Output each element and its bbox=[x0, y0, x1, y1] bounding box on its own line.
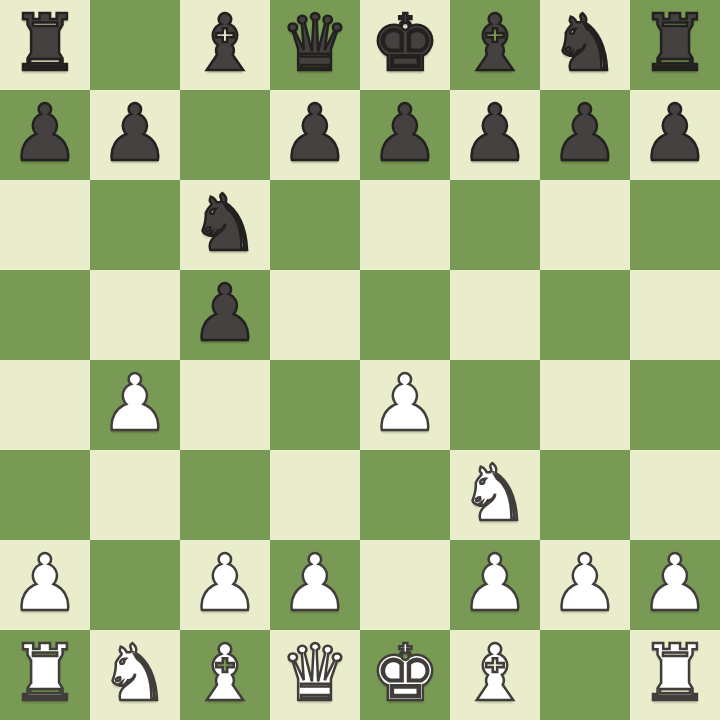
square-d7[interactable]: ♟ bbox=[270, 90, 360, 180]
square-f1[interactable]: ♝ bbox=[450, 630, 540, 720]
square-e7[interactable]: ♟ bbox=[360, 90, 450, 180]
square-b6[interactable] bbox=[90, 180, 180, 270]
square-d1[interactable]: ♛ bbox=[270, 630, 360, 720]
black-queen[interactable]: ♛ bbox=[280, 0, 350, 88]
black-pawn[interactable]: ♟ bbox=[640, 88, 710, 178]
white-pawn[interactable]: ♟ bbox=[640, 538, 710, 628]
black-pawn[interactable]: ♟ bbox=[10, 88, 80, 178]
chess-board: ♜♝♛♚♝♞♜♟♟♟♟♟♟♟♞♟♟♟♞♟♟♟♟♟♟♜♞♝♛♚♝♜ bbox=[0, 0, 720, 720]
square-a3[interactable] bbox=[0, 450, 90, 540]
square-e1[interactable]: ♚ bbox=[360, 630, 450, 720]
square-b5[interactable] bbox=[90, 270, 180, 360]
white-knight[interactable]: ♞ bbox=[460, 448, 530, 538]
square-c4[interactable] bbox=[180, 360, 270, 450]
square-d5[interactable] bbox=[270, 270, 360, 360]
square-e2[interactable] bbox=[360, 540, 450, 630]
white-pawn[interactable]: ♟ bbox=[100, 358, 170, 448]
white-bishop[interactable]: ♝ bbox=[190, 628, 260, 718]
square-h2[interactable]: ♟ bbox=[630, 540, 720, 630]
square-d2[interactable]: ♟ bbox=[270, 540, 360, 630]
black-pawn[interactable]: ♟ bbox=[280, 88, 350, 178]
white-pawn[interactable]: ♟ bbox=[280, 538, 350, 628]
square-g4[interactable] bbox=[540, 360, 630, 450]
square-e4[interactable]: ♟ bbox=[360, 360, 450, 450]
white-queen[interactable]: ♛ bbox=[280, 628, 350, 718]
square-d3[interactable] bbox=[270, 450, 360, 540]
white-rook[interactable]: ♜ bbox=[10, 628, 80, 718]
black-bishop[interactable]: ♝ bbox=[460, 0, 530, 88]
square-a2[interactable]: ♟ bbox=[0, 540, 90, 630]
square-d6[interactable] bbox=[270, 180, 360, 270]
square-a6[interactable] bbox=[0, 180, 90, 270]
black-pawn[interactable]: ♟ bbox=[370, 88, 440, 178]
white-pawn[interactable]: ♟ bbox=[10, 538, 80, 628]
square-f4[interactable] bbox=[450, 360, 540, 450]
white-rook[interactable]: ♜ bbox=[640, 628, 710, 718]
square-g3[interactable] bbox=[540, 450, 630, 540]
square-g2[interactable]: ♟ bbox=[540, 540, 630, 630]
square-d8[interactable]: ♛ bbox=[270, 0, 360, 90]
square-f3[interactable]: ♞ bbox=[450, 450, 540, 540]
square-h1[interactable]: ♜ bbox=[630, 630, 720, 720]
square-g7[interactable]: ♟ bbox=[540, 90, 630, 180]
black-king[interactable]: ♚ bbox=[370, 0, 440, 88]
square-h5[interactable] bbox=[630, 270, 720, 360]
square-h6[interactable] bbox=[630, 180, 720, 270]
white-knight[interactable]: ♞ bbox=[100, 628, 170, 718]
square-b4[interactable]: ♟ bbox=[90, 360, 180, 450]
square-g1[interactable] bbox=[540, 630, 630, 720]
black-knight[interactable]: ♞ bbox=[550, 0, 620, 88]
white-pawn[interactable]: ♟ bbox=[460, 538, 530, 628]
square-f6[interactable] bbox=[450, 180, 540, 270]
square-b7[interactable]: ♟ bbox=[90, 90, 180, 180]
black-bishop[interactable]: ♝ bbox=[190, 0, 260, 88]
white-pawn[interactable]: ♟ bbox=[190, 538, 260, 628]
square-c2[interactable]: ♟ bbox=[180, 540, 270, 630]
square-f5[interactable] bbox=[450, 270, 540, 360]
black-pawn[interactable]: ♟ bbox=[550, 88, 620, 178]
square-a4[interactable] bbox=[0, 360, 90, 450]
black-knight[interactable]: ♞ bbox=[190, 178, 260, 268]
square-f8[interactable]: ♝ bbox=[450, 0, 540, 90]
square-a1[interactable]: ♜ bbox=[0, 630, 90, 720]
square-h4[interactable] bbox=[630, 360, 720, 450]
square-c1[interactable]: ♝ bbox=[180, 630, 270, 720]
square-c7[interactable] bbox=[180, 90, 270, 180]
square-b8[interactable] bbox=[90, 0, 180, 90]
white-pawn[interactable]: ♟ bbox=[370, 358, 440, 448]
square-b3[interactable] bbox=[90, 450, 180, 540]
square-e3[interactable] bbox=[360, 450, 450, 540]
black-rook[interactable]: ♜ bbox=[640, 0, 710, 88]
square-c8[interactable]: ♝ bbox=[180, 0, 270, 90]
square-b1[interactable]: ♞ bbox=[90, 630, 180, 720]
square-h8[interactable]: ♜ bbox=[630, 0, 720, 90]
black-pawn[interactable]: ♟ bbox=[460, 88, 530, 178]
square-f7[interactable]: ♟ bbox=[450, 90, 540, 180]
black-pawn[interactable]: ♟ bbox=[190, 268, 260, 358]
square-a8[interactable]: ♜ bbox=[0, 0, 90, 90]
square-g5[interactable] bbox=[540, 270, 630, 360]
square-h7[interactable]: ♟ bbox=[630, 90, 720, 180]
white-bishop[interactable]: ♝ bbox=[460, 628, 530, 718]
square-e6[interactable] bbox=[360, 180, 450, 270]
square-a7[interactable]: ♟ bbox=[0, 90, 90, 180]
square-g6[interactable] bbox=[540, 180, 630, 270]
white-king[interactable]: ♚ bbox=[370, 628, 440, 718]
square-c6[interactable]: ♞ bbox=[180, 180, 270, 270]
black-rook[interactable]: ♜ bbox=[10, 0, 80, 88]
square-e8[interactable]: ♚ bbox=[360, 0, 450, 90]
square-h3[interactable] bbox=[630, 450, 720, 540]
square-f2[interactable]: ♟ bbox=[450, 540, 540, 630]
black-pawn[interactable]: ♟ bbox=[100, 88, 170, 178]
square-g8[interactable]: ♞ bbox=[540, 0, 630, 90]
square-e5[interactable] bbox=[360, 270, 450, 360]
white-pawn[interactable]: ♟ bbox=[550, 538, 620, 628]
square-a5[interactable] bbox=[0, 270, 90, 360]
square-b2[interactable] bbox=[90, 540, 180, 630]
square-c5[interactable]: ♟ bbox=[180, 270, 270, 360]
square-c3[interactable] bbox=[180, 450, 270, 540]
square-d4[interactable] bbox=[270, 360, 360, 450]
